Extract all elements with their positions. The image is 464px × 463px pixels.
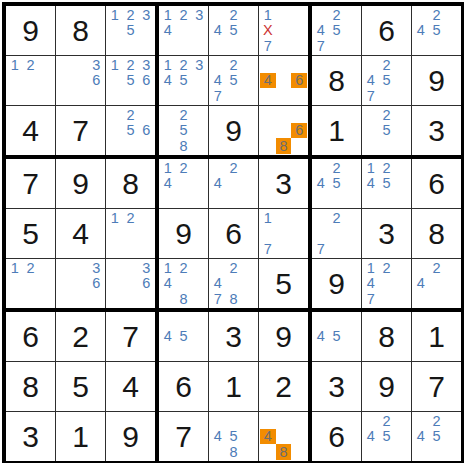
candidate-6: 6 [138,73,154,89]
empty-slot [241,260,257,276]
big-digit: 3 [275,169,292,199]
empty-slot [291,444,307,460]
cell-r8c9[interactable]: 7 [412,362,461,411]
cell-r7c9[interactable]: 1 [412,312,461,361]
cell-r1c2[interactable]: 8 [56,6,105,55]
cell-r3c5[interactable]: 9 [209,106,258,155]
cell-r6c1[interactable]: 12 [6,259,55,308]
cell-r4c3[interactable]: 8 [106,159,155,208]
cell-r8c4[interactable]: 6 [159,362,208,411]
cell-r4c1[interactable]: 7 [6,159,55,208]
empty-slot [160,107,176,123]
candidate-5: 5 [176,329,192,345]
empty-slot [344,7,360,23]
empty-slot [413,444,429,460]
candidate-1: 1 [107,210,123,226]
empty-slot [363,138,379,154]
empty-slot [260,88,276,104]
empty-slot [394,138,410,154]
empty-slot [73,88,89,104]
empty-slot [191,138,207,154]
candidate-1: 1 [7,260,23,276]
empty-slot [344,176,360,192]
empty-slot [344,313,360,329]
empty-slot [226,191,242,207]
candidate-2: 2 [123,210,139,226]
candidate-8: 8 [276,138,292,154]
cell-r5c1[interactable]: 5 [6,209,55,258]
empty-slot [176,276,192,292]
empty-slot [57,260,73,276]
empty-slot [344,329,360,345]
cell-r5c2[interactable]: 4 [56,209,105,258]
empty-slot [88,291,104,307]
empty-slot [260,123,276,139]
cell-r7c7[interactable]: 45 [312,312,361,361]
empty-slot [191,191,207,207]
empty-slot [38,57,54,73]
candidate-2: 2 [379,107,395,123]
cell-r3c9[interactable]: 3 [412,106,461,155]
candidate-4: 4 [210,276,226,292]
empty-slot [210,191,226,207]
candidate-8: 8 [276,444,292,460]
empty-slot [241,429,257,445]
candidate-1: 1 [107,57,123,73]
cell-r8c7[interactable]: 3 [312,362,361,411]
candidate-1: 1 [160,160,176,176]
cell-r7c4[interactable]: 45 [159,312,208,361]
cell-r8c8[interactable]: 9 [362,362,411,411]
empty-slot [160,313,176,329]
empty-slot [394,413,410,429]
empty-slot [241,73,257,89]
cell-r9c9[interactable]: 245 [412,412,461,461]
candidate-2: 2 [176,7,192,23]
empty-slot [73,57,89,73]
empty-slot [413,291,429,307]
candidate-4: 4 [363,176,379,192]
empty-slot [176,344,192,360]
cell-r2c1[interactable]: 12 [6,56,55,105]
empty-slot [123,88,139,104]
empty-slot [191,260,207,276]
empty-slot [191,313,207,329]
big-digit: 3 [225,322,242,352]
empty-slot [107,23,123,39]
empty-slot [344,344,360,360]
empty-slot [57,276,73,292]
empty-slot [313,7,329,23]
candidate-7: 7 [210,291,226,307]
empty-slot [276,107,292,123]
empty-slot [138,138,154,154]
big-digit: 8 [428,219,445,249]
candidate-2: 2 [429,260,445,276]
cell-r8c1[interactable]: 8 [6,362,55,411]
cell-r9c7[interactable]: 6 [312,412,361,461]
cell-r7c8[interactable]: 8 [362,312,411,361]
candidate-1: 1 [7,57,23,73]
candidate-4: 4 [210,73,226,89]
big-digit: 7 [122,322,139,352]
empty-slot [394,444,410,460]
empty-slot [444,7,460,23]
big-digit: 7 [175,422,192,452]
big-digit: 7 [22,169,39,199]
cell-r9c3[interactable]: 9 [106,412,155,461]
empty-slot [276,123,292,139]
cell-r1c1[interactable]: 9 [6,6,55,55]
empty-slot [429,444,445,460]
empty-slot [107,38,123,54]
empty-slot [363,444,379,460]
candidate-4: 4 [313,176,329,192]
candidate-2: 2 [123,57,139,73]
empty-slot [38,291,54,307]
big-digit: 9 [378,372,395,402]
box-8: 45813976245245 [312,312,461,461]
cell-r5c6[interactable]: 17 [259,209,308,258]
empty-slot [413,260,429,276]
cell-r4c8[interactable]: 1245 [362,159,411,208]
cell-r4c5[interactable]: 24 [209,159,258,208]
empty-slot [107,123,123,139]
big-digit: 8 [72,16,89,46]
cell-r6c6[interactable]: 5 [259,259,308,308]
candidate-5: 5 [226,73,242,89]
empty-slot [394,73,410,89]
candidate-4: 4 [413,23,429,39]
candidate-3: 3 [88,260,104,276]
big-digit: 3 [428,116,445,146]
empty-slot [138,38,154,54]
red-x-mark: X [260,23,276,39]
big-digit: 6 [22,322,39,352]
big-digit: 5 [72,372,89,402]
cell-r1c5[interactable]: 245 [209,6,258,55]
empty-slot [226,413,242,429]
candidate-5: 5 [226,429,242,445]
empty-slot [363,413,379,429]
empty-slot [444,23,460,39]
empty-slot [260,57,276,73]
candidate-2: 2 [123,107,139,123]
cell-r5c5[interactable]: 6 [209,209,258,258]
box-2: 245762458245791253 [312,6,461,155]
cell-r8c2[interactable]: 5 [56,362,105,411]
cell-r9c4[interactable]: 7 [159,412,208,461]
empty-slot [226,38,242,54]
big-digit: 2 [72,322,89,352]
empty-slot [276,57,292,73]
empty-slot [191,344,207,360]
cell-r6c4[interactable]: 1248 [159,259,208,308]
cell-r4c4[interactable]: 124 [159,159,208,208]
cell-r1c7[interactable]: 2457 [312,6,361,55]
cell-r2c4[interactable]: 12345 [159,56,208,105]
empty-slot [88,88,104,104]
empty-slot [394,57,410,73]
cell-r4c9[interactable]: 6 [412,159,461,208]
cell-r9c6[interactable]: 48 [259,412,308,461]
empty-slot [160,123,176,139]
candidate-8: 8 [226,444,242,460]
empty-slot [313,191,329,207]
empty-slot [210,57,226,73]
empty-slot [291,38,307,54]
candidate-6: 6 [88,276,104,292]
empty-slot [138,23,154,39]
empty-slot [57,291,73,307]
empty-slot [38,276,54,292]
candidate-2: 2 [329,210,345,226]
candidate-2: 2 [176,160,192,176]
empty-slot [191,88,207,104]
big-digit: 8 [378,322,395,352]
big-digit: 5 [22,219,39,249]
cell-r5c9[interactable]: 8 [412,209,461,258]
empty-slot [379,444,395,460]
candidate-4: 4 [363,429,379,445]
cell-r7c6[interactable]: 9 [259,312,308,361]
candidate-4: 4 [160,23,176,39]
empty-slot [7,73,23,89]
empty-slot [57,57,73,73]
cell-r4c2[interactable]: 9 [56,159,105,208]
empty-slot [276,23,292,39]
candidate-5: 5 [379,176,395,192]
empty-slot [344,241,360,257]
cell-r4c6[interactable]: 3 [259,159,308,208]
empty-slot [394,291,410,307]
cell-r3c8[interactable]: 25 [362,106,411,155]
empty-slot [329,313,345,329]
cell-r1c8[interactable]: 6 [362,6,411,55]
empty-slot [313,210,329,226]
candidate-4: 4 [210,429,226,445]
candidate-4: 4 [260,73,276,89]
empty-slot [123,260,139,276]
candidate-5: 5 [329,329,345,345]
candidate-1: 1 [260,210,276,226]
candidate-4: 4 [313,23,329,39]
cell-r2c7[interactable]: 8 [312,56,361,105]
cell-r2c5[interactable]: 2457 [209,56,258,105]
cell-r7c5[interactable]: 3 [209,312,258,361]
empty-slot [379,291,395,307]
big-digit: 7 [428,372,445,402]
big-digit: 9 [428,66,445,96]
candidate-5: 5 [226,23,242,39]
empty-slot [107,291,123,307]
cell-r2c8[interactable]: 2457 [362,56,411,105]
cell-r2c2[interactable]: 36 [56,56,105,105]
page: 9812351236123564725612342451X71234524574… [0,0,464,463]
candidate-5: 5 [123,123,139,139]
empty-slot [160,38,176,54]
cell-r3c3[interactable]: 256 [106,106,155,155]
empty-slot [176,23,192,39]
empty-slot [176,191,192,207]
empty-slot [73,291,89,307]
cell-r6c3[interactable]: 36 [106,259,155,308]
empty-slot [291,210,307,226]
box-0: 98123512361235647256 [6,6,155,155]
candidate-2: 2 [379,160,395,176]
empty-slot [329,226,345,242]
empty-slot [138,107,154,123]
big-digit: 1 [428,322,445,352]
candidate-4: 4 [313,329,329,345]
cell-r8c6[interactable]: 2 [259,362,308,411]
empty-slot [176,313,192,329]
empty-slot [444,260,460,276]
cell-r3c1[interactable]: 4 [6,106,55,155]
cell-r6c8[interactable]: 1247 [362,259,411,308]
empty-slot [210,38,226,54]
empty-slot [241,23,257,39]
cell-r1c3[interactable]: 1235 [106,6,155,55]
empty-slot [329,344,345,360]
empty-slot [191,23,207,39]
candidate-5: 5 [379,73,395,89]
cell-r7c3[interactable]: 7 [106,312,155,361]
empty-slot [241,7,257,23]
empty-slot [291,226,307,242]
empty-slot [329,191,345,207]
empty-slot [57,73,73,89]
cell-r3c2[interactable]: 7 [56,106,105,155]
candidate-7: 7 [260,38,276,54]
big-digit: 2 [275,372,292,402]
candidate-4: 4 [160,73,176,89]
empty-slot [313,344,329,360]
empty-slot [276,88,292,104]
empty-slot [23,88,39,104]
empty-slot [363,107,379,123]
empty-slot [379,138,395,154]
empty-slot [123,138,139,154]
cell-r7c1[interactable]: 6 [6,312,55,361]
empty-slot [123,38,139,54]
empty-slot [123,241,139,257]
empty-slot [210,160,226,176]
empty-slot [107,241,123,257]
cell-r2c3[interactable]: 12356 [106,56,155,105]
empty-slot [107,107,123,123]
candidate-3: 3 [191,7,207,23]
candidate-6: 6 [88,73,104,89]
big-digit: 9 [328,269,345,299]
candidate-5: 5 [329,23,345,39]
cell-r2c6[interactable]: 46 [259,56,308,105]
cell-r1c4[interactable]: 1234 [159,6,208,55]
candidate-3: 3 [138,57,154,73]
candidate-4: 4 [413,429,429,445]
candidate-5: 5 [329,176,345,192]
empty-slot [107,276,123,292]
cell-r6c5[interactable]: 2478 [209,259,258,308]
empty-slot [260,138,276,154]
candidate-3: 3 [191,57,207,73]
candidate-6: 6 [291,73,307,89]
cell-r7c2[interactable]: 2 [56,312,105,361]
box-7: 4539612745848 [159,312,308,461]
empty-slot [276,413,292,429]
empty-slot [291,23,307,39]
cell-r6c2[interactable]: 36 [56,259,105,308]
empty-slot [276,210,292,226]
cell-r5c8[interactable]: 3 [362,209,411,258]
cell-r5c7[interactable]: 27 [312,209,361,258]
cell-r9c1[interactable]: 3 [6,412,55,461]
empty-slot [210,260,226,276]
empty-slot [210,7,226,23]
empty-slot [160,344,176,360]
empty-slot [191,291,207,307]
cell-r6c9[interactable]: 24 [412,259,461,308]
empty-slot [444,38,460,54]
box-4: 1242439617124824785 [159,159,308,308]
big-digit: 8 [122,169,139,199]
empty-slot [444,429,460,445]
empty-slot [226,276,242,292]
cell-r9c8[interactable]: 245 [362,412,411,461]
empty-slot [363,57,379,73]
cell-r5c3[interactable]: 12 [106,209,155,258]
cell-r8c5[interactable]: 1 [209,362,258,411]
cell-r1c6[interactable]: 1X7 [259,6,308,55]
empty-slot [176,176,192,192]
empty-slot [107,138,123,154]
empty-slot [260,107,276,123]
cell-r5c4[interactable]: 9 [159,209,208,258]
cell-r3c7[interactable]: 1 [312,106,361,155]
empty-slot [38,88,54,104]
cell-r6c7[interactable]: 9 [312,259,361,308]
candidate-1: 1 [160,260,176,276]
box-6: 627854319 [6,312,155,461]
empty-slot [394,107,410,123]
empty-slot [291,88,307,104]
empty-slot [344,160,360,176]
candidate-1: 1 [363,260,379,276]
big-digit: 3 [378,219,395,249]
empty-slot [329,38,345,54]
cell-r2c9[interactable]: 9 [412,56,461,105]
empty-slot [291,413,307,429]
cell-r3c6[interactable]: 68 [259,106,308,155]
empty-slot [176,88,192,104]
empty-slot [363,191,379,207]
cell-r9c2[interactable]: 1 [56,412,105,461]
empty-slot [444,276,460,292]
cell-r4c7[interactable]: 245 [312,159,361,208]
big-digit: 3 [328,372,345,402]
cell-r9c5[interactable]: 458 [209,412,258,461]
candidate-7: 7 [210,88,226,104]
empty-slot [413,38,429,54]
empty-slot [226,176,242,192]
cell-r8c3[interactable]: 4 [106,362,155,411]
cell-r3c4[interactable]: 258 [159,106,208,155]
empty-slot [394,123,410,139]
candidate-8: 8 [176,138,192,154]
empty-slot [226,88,242,104]
candidate-2: 2 [226,160,242,176]
cell-r1c9[interactable]: 245 [412,6,461,55]
